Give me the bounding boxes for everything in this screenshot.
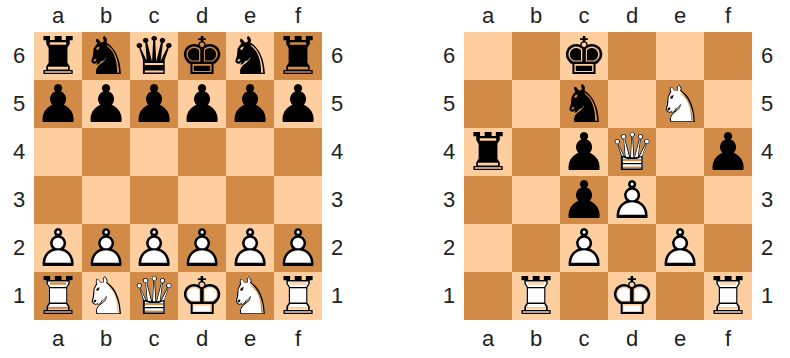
file-label-b: b [530, 328, 542, 350]
black-queen-piece: ♛ [131, 30, 178, 82]
file-label-e: e [244, 328, 256, 350]
square-b5[interactable]: ♟ [82, 80, 130, 128]
file-label-d: d [626, 5, 638, 27]
square-a6[interactable]: ♜ [34, 32, 82, 80]
file-label-e: e [674, 5, 686, 27]
file-labels-bottom: abcdef [34, 320, 322, 358]
square-b2[interactable]: ♟♙ [82, 224, 130, 272]
file-label-d: d [196, 328, 208, 350]
square-a1[interactable]: ♜♖ [34, 272, 82, 320]
black-pawn-piece: ♟ [705, 126, 752, 178]
rank-label-2: 2 [13, 237, 25, 259]
file-label-f: f [725, 5, 731, 27]
rank-labels-right: 654321 [752, 32, 782, 320]
square-c4[interactable] [130, 128, 178, 176]
black-rook-piece: ♜ [465, 126, 512, 178]
square-a5[interactable]: ♟ [34, 80, 82, 128]
rank-label-4: 4 [13, 141, 25, 163]
square-d6[interactable]: ♚ [178, 32, 226, 80]
rank-labels-right: 654321 [322, 32, 352, 320]
file-label-a: a [52, 328, 64, 350]
square-d6[interactable] [608, 32, 656, 80]
file-label-b: b [530, 5, 542, 27]
rank-label-5: 5 [761, 93, 773, 115]
white-rook-piece: ♜♖ [35, 270, 82, 322]
rank-label-2: 2 [443, 237, 455, 259]
file-label-c: c [579, 5, 590, 27]
square-d1[interactable]: ♚♔ [178, 272, 226, 320]
square-c1[interactable] [560, 272, 608, 320]
file-labels-bottom: abcdef [464, 320, 752, 358]
rank-label-4: 4 [443, 141, 455, 163]
white-pawn-piece: ♟♙ [227, 222, 274, 274]
rank-label-1: 1 [13, 285, 25, 307]
file-label-b: b [100, 5, 112, 27]
file-label-f: f [295, 328, 301, 350]
square-e3[interactable] [656, 176, 704, 224]
square-a2[interactable] [464, 224, 512, 272]
square-f5[interactable] [704, 80, 752, 128]
square-d5[interactable] [608, 80, 656, 128]
black-pawn-piece: ♟ [561, 174, 608, 226]
rank-label-3: 3 [13, 189, 25, 211]
file-label-e: e [674, 328, 686, 350]
black-knight-piece: ♞ [227, 30, 274, 82]
black-knight-piece: ♞ [561, 78, 608, 130]
white-rook-piece: ♜♖ [705, 270, 752, 322]
square-f1[interactable]: ♜♖ [704, 272, 752, 320]
black-rook-piece: ♜ [275, 30, 322, 82]
square-f3[interactable] [704, 176, 752, 224]
rank-label-6: 6 [443, 45, 455, 67]
white-king-piece: ♚♔ [609, 270, 656, 322]
black-pawn-piece: ♟ [227, 78, 274, 130]
square-a3[interactable] [464, 176, 512, 224]
file-label-e: e [244, 5, 256, 27]
black-king-piece: ♚ [179, 30, 226, 82]
square-b1[interactable]: ♞♘ [82, 272, 130, 320]
file-label-d: d [196, 5, 208, 27]
square-d3[interactable] [178, 176, 226, 224]
rank-label-4: 4 [331, 141, 343, 163]
white-pawn-piece: ♟♙ [131, 222, 178, 274]
square-a6[interactable] [464, 32, 512, 80]
square-c6[interactable]: ♛ [130, 32, 178, 80]
square-d4[interactable] [178, 128, 226, 176]
white-pawn-piece: ♟♙ [35, 222, 82, 274]
black-rook-piece: ♜ [35, 30, 82, 82]
rank-labels-left: 654321 [434, 32, 464, 320]
white-knight-piece: ♞♘ [83, 270, 130, 322]
square-a4[interactable] [34, 128, 82, 176]
file-label-f: f [725, 328, 731, 350]
black-knight-piece: ♞ [83, 30, 130, 82]
rank-label-1: 1 [331, 285, 343, 307]
left-board: abcdef 654321 ♜♞♛♚♞♜♟♟♟♟♟♟♟♙♟♙♟♙♟♙♟♙♟♙♜♖… [4, 0, 352, 358]
board-grid: ♜♞♛♚♞♜♟♟♟♟♟♟♟♙♟♙♟♙♟♙♟♙♟♙♜♖♞♘♛♕♚♔♞♘♜♖ [34, 32, 322, 320]
rank-label-1: 1 [443, 285, 455, 307]
black-pawn-piece: ♟ [275, 78, 322, 130]
square-f4[interactable] [274, 128, 322, 176]
square-b4[interactable] [512, 128, 560, 176]
square-a3[interactable] [34, 176, 82, 224]
file-label-a: a [482, 328, 494, 350]
square-b5[interactable] [512, 80, 560, 128]
square-e4[interactable] [226, 128, 274, 176]
rank-label-6: 6 [331, 45, 343, 67]
file-label-b: b [100, 328, 112, 350]
rank-label-3: 3 [761, 189, 773, 211]
square-c2[interactable]: ♟♙ [130, 224, 178, 272]
square-c6[interactable]: ♚ [560, 32, 608, 80]
square-f2[interactable] [704, 224, 752, 272]
black-pawn-piece: ♟ [83, 78, 130, 130]
rank-label-6: 6 [761, 45, 773, 67]
square-d3[interactable]: ♟♙ [608, 176, 656, 224]
file-label-c: c [149, 328, 160, 350]
square-d4[interactable]: ♛♕ [608, 128, 656, 176]
white-rook-piece: ♜♖ [275, 270, 322, 322]
file-label-c: c [579, 328, 590, 350]
square-d2[interactable]: ♟♙ [178, 224, 226, 272]
square-e3[interactable] [226, 176, 274, 224]
square-e6[interactable] [656, 32, 704, 80]
board-grid: ♚♞♞♘♜♟♛♕♟♟♟♙♟♙♟♙♜♖♚♔♜♖ [464, 32, 752, 320]
file-label-a: a [52, 5, 64, 27]
right-board: abcdef 654321 ♚♞♞♘♜♟♛♕♟♟♟♙♟♙♟♙♜♖♚♔♜♖ 654… [434, 0, 782, 358]
rank-label-5: 5 [331, 93, 343, 115]
square-e2[interactable]: ♟♙ [656, 224, 704, 272]
white-queen-piece: ♛♕ [609, 126, 656, 178]
rank-label-2: 2 [331, 237, 343, 259]
square-b3[interactable] [512, 176, 560, 224]
rank-label-1: 1 [761, 285, 773, 307]
square-f6[interactable]: ♜ [274, 32, 322, 80]
page: abcdef 654321 ♜♞♛♚♞♜♟♟♟♟♟♟♟♙♟♙♟♙♟♙♟♙♟♙♜♖… [0, 0, 790, 358]
square-a2[interactable]: ♟♙ [34, 224, 82, 272]
rank-label-5: 5 [443, 93, 455, 115]
square-b6[interactable] [512, 32, 560, 80]
square-c5[interactable]: ♞ [560, 80, 608, 128]
rank-label-2: 2 [761, 237, 773, 259]
square-e6[interactable]: ♞ [226, 32, 274, 80]
square-e5[interactable]: ♟ [226, 80, 274, 128]
black-pawn-piece: ♟ [179, 78, 226, 130]
square-d2[interactable] [608, 224, 656, 272]
file-label-d: d [626, 328, 638, 350]
square-e1[interactable]: ♞♘ [226, 272, 274, 320]
white-pawn-piece: ♟♙ [561, 222, 608, 274]
square-e2[interactable]: ♟♙ [226, 224, 274, 272]
file-labels-top: abcdef [464, 0, 752, 32]
white-pawn-piece: ♟♙ [609, 174, 656, 226]
rank-label-4: 4 [761, 141, 773, 163]
square-f6[interactable] [704, 32, 752, 80]
square-e4[interactable] [656, 128, 704, 176]
square-e1[interactable] [656, 272, 704, 320]
square-c3[interactable]: ♟ [560, 176, 608, 224]
square-c4[interactable]: ♟ [560, 128, 608, 176]
black-pawn-piece: ♟ [131, 78, 178, 130]
square-d5[interactable]: ♟ [178, 80, 226, 128]
square-f2[interactable]: ♟♙ [274, 224, 322, 272]
square-c1[interactable]: ♛♕ [130, 272, 178, 320]
black-pawn-piece: ♟ [35, 78, 82, 130]
square-f4[interactable]: ♟ [704, 128, 752, 176]
file-labels-top: abcdef [34, 0, 322, 32]
square-a1[interactable] [464, 272, 512, 320]
white-pawn-piece: ♟♙ [83, 222, 130, 274]
black-king-piece: ♚ [561, 30, 608, 82]
square-b2[interactable] [512, 224, 560, 272]
square-e5[interactable]: ♞♘ [656, 80, 704, 128]
square-b3[interactable] [82, 176, 130, 224]
square-c2[interactable]: ♟♙ [560, 224, 608, 272]
square-f5[interactable]: ♟ [274, 80, 322, 128]
white-rook-piece: ♜♖ [513, 270, 560, 322]
white-pawn-piece: ♟♙ [179, 222, 226, 274]
square-b6[interactable]: ♞ [82, 32, 130, 80]
square-a5[interactable] [464, 80, 512, 128]
square-a4[interactable]: ♜ [464, 128, 512, 176]
white-queen-piece: ♛♕ [131, 270, 178, 322]
white-knight-piece: ♞♘ [227, 270, 274, 322]
rank-label-6: 6 [13, 45, 25, 67]
rank-labels-left: 654321 [4, 32, 34, 320]
square-f1[interactable]: ♜♖ [274, 272, 322, 320]
black-pawn-piece: ♟ [561, 126, 608, 178]
rank-label-3: 3 [443, 189, 455, 211]
rank-label-5: 5 [13, 93, 25, 115]
rank-label-3: 3 [331, 189, 343, 211]
square-b4[interactable] [82, 128, 130, 176]
file-label-a: a [482, 5, 494, 27]
square-c3[interactable] [130, 176, 178, 224]
square-c5[interactable]: ♟ [130, 80, 178, 128]
white-knight-piece: ♞♘ [657, 78, 704, 130]
square-f3[interactable] [274, 176, 322, 224]
file-label-c: c [149, 5, 160, 27]
white-king-piece: ♚♔ [179, 270, 226, 322]
square-b1[interactable]: ♜♖ [512, 272, 560, 320]
file-label-f: f [295, 5, 301, 27]
square-d1[interactable]: ♚♔ [608, 272, 656, 320]
white-pawn-piece: ♟♙ [275, 222, 322, 274]
white-pawn-piece: ♟♙ [657, 222, 704, 274]
